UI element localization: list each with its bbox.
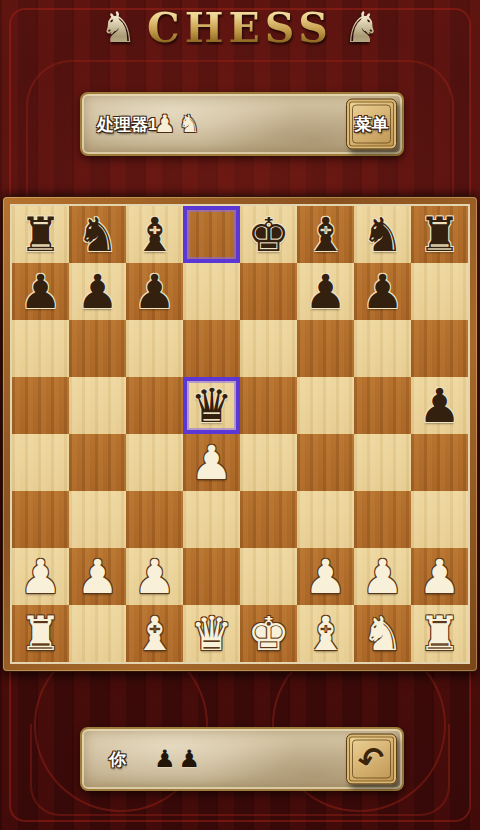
piece-black-bishop: ♝	[133, 206, 175, 263]
square-e5[interactable]	[240, 377, 297, 434]
opponent-captured-tray: ♟♞	[154, 94, 200, 154]
player-panel: 你 ♟♟ ↶	[80, 727, 404, 791]
piece-white-pawn: ♟	[418, 548, 460, 605]
square-e3[interactable]	[240, 491, 297, 548]
square-b4[interactable]	[69, 434, 126, 491]
piece-black-knight: ♞	[76, 206, 118, 263]
square-b7[interactable]: ♟	[69, 263, 126, 320]
piece-black-rook: ♜	[19, 206, 61, 263]
square-h3[interactable]	[411, 491, 468, 548]
square-a4[interactable]	[12, 434, 69, 491]
square-g2[interactable]: ♟	[354, 548, 411, 605]
square-h4[interactable]	[411, 434, 468, 491]
square-e2[interactable]	[240, 548, 297, 605]
square-e4[interactable]	[240, 434, 297, 491]
piece-white-queen: ♛	[190, 605, 232, 662]
square-g6[interactable]	[354, 320, 411, 377]
square-g8[interactable]: ♞	[354, 206, 411, 263]
square-c1[interactable]: ♝	[126, 605, 183, 662]
piece-black-knight: ♞	[361, 206, 403, 263]
app-screen: ♞ CHESS ♞ 处理器1 ♟♞ 菜单 ♜♞♝♚♝♞♜♟♟♟♟♟♛♟♟♟♟♟♟…	[0, 0, 480, 830]
square-a5[interactable]	[12, 377, 69, 434]
square-e7[interactable]	[240, 263, 297, 320]
piece-black-rook: ♜	[418, 206, 460, 263]
square-b5[interactable]	[69, 377, 126, 434]
square-g5[interactable]	[354, 377, 411, 434]
piece-white-pawn: ♟	[190, 434, 232, 491]
square-b2[interactable]: ♟	[69, 548, 126, 605]
menu-button-label: 菜单	[355, 113, 389, 136]
piece-white-rook: ♜	[418, 605, 460, 662]
piece-white-bishop: ♝	[304, 605, 346, 662]
square-c4[interactable]	[126, 434, 183, 491]
square-f7[interactable]: ♟	[297, 263, 354, 320]
square-b1[interactable]	[69, 605, 126, 662]
square-e6[interactable]	[240, 320, 297, 377]
piece-black-pawn: ♟	[418, 377, 460, 434]
piece-black-pawn: ♟	[19, 263, 61, 320]
piece-black-queen: ♛	[190, 377, 232, 434]
opponent-name: 处理器1	[97, 113, 157, 136]
square-h8[interactable]: ♜	[411, 206, 468, 263]
opponent-panel: 处理器1 ♟♞ 菜单	[80, 92, 404, 156]
square-c7[interactable]: ♟	[126, 263, 183, 320]
page-title: CHESS	[147, 0, 333, 56]
square-g4[interactable]	[354, 434, 411, 491]
square-c8[interactable]: ♝	[126, 206, 183, 263]
undo-icon: ↶	[355, 741, 388, 778]
square-b6[interactable]	[69, 320, 126, 377]
square-h2[interactable]: ♟	[411, 548, 468, 605]
menu-button[interactable]: 菜单	[346, 99, 397, 150]
square-a7[interactable]: ♟	[12, 263, 69, 320]
square-f2[interactable]: ♟	[297, 548, 354, 605]
piece-black-king: ♚	[247, 206, 289, 263]
piece-black-pawn: ♟	[76, 263, 118, 320]
piece-black-pawn: ♟	[304, 263, 346, 320]
square-e8[interactable]: ♚	[240, 206, 297, 263]
square-d1[interactable]: ♛	[183, 605, 240, 662]
square-d4[interactable]: ♟	[183, 434, 240, 491]
square-g3[interactable]	[354, 491, 411, 548]
square-f3[interactable]	[297, 491, 354, 548]
square-h7[interactable]	[411, 263, 468, 320]
piece-white-pawn: ♟	[361, 548, 403, 605]
square-f6[interactable]	[297, 320, 354, 377]
chess-board: ♜♞♝♚♝♞♜♟♟♟♟♟♛♟♟♟♟♟♟♟♟♜♝♛♚♝♞♜	[12, 206, 468, 662]
knight-icon-left: ♞	[99, 0, 137, 56]
square-a8[interactable]: ♜	[12, 206, 69, 263]
player-name: 你	[109, 748, 126, 771]
square-c3[interactable]	[126, 491, 183, 548]
captured-black-pawn-icon: ♟	[154, 747, 176, 771]
piece-black-bishop: ♝	[304, 206, 346, 263]
square-h5[interactable]: ♟	[411, 377, 468, 434]
square-b3[interactable]	[69, 491, 126, 548]
square-c2[interactable]: ♟	[126, 548, 183, 605]
square-e1[interactable]: ♚	[240, 605, 297, 662]
board-frame: ♜♞♝♚♝♞♜♟♟♟♟♟♛♟♟♟♟♟♟♟♟♜♝♛♚♝♞♜	[3, 197, 477, 671]
square-a2[interactable]: ♟	[12, 548, 69, 605]
square-f5[interactable]	[297, 377, 354, 434]
piece-white-pawn: ♟	[19, 548, 61, 605]
piece-white-king: ♚	[247, 605, 289, 662]
square-h6[interactable]	[411, 320, 468, 377]
piece-white-pawn: ♟	[76, 548, 118, 605]
square-f1[interactable]: ♝	[297, 605, 354, 662]
square-d3[interactable]	[183, 491, 240, 548]
piece-black-pawn: ♟	[133, 263, 175, 320]
piece-white-knight: ♞	[361, 605, 403, 662]
piece-white-pawn: ♟	[304, 548, 346, 605]
captured-black-pawn-icon: ♟	[179, 747, 201, 771]
square-c5[interactable]	[126, 377, 183, 434]
captured-white-knight-icon: ♞	[179, 112, 201, 136]
piece-white-bishop: ♝	[133, 605, 175, 662]
square-d8[interactable]	[183, 206, 240, 263]
knight-icon-right: ♞	[343, 0, 381, 56]
square-a3[interactable]	[12, 491, 69, 548]
square-a6[interactable]	[12, 320, 69, 377]
square-g7[interactable]: ♟	[354, 263, 411, 320]
piece-white-rook: ♜	[19, 605, 61, 662]
piece-white-pawn: ♟	[133, 548, 175, 605]
undo-button[interactable]: ↶	[346, 734, 397, 785]
square-d6[interactable]	[183, 320, 240, 377]
piece-black-pawn: ♟	[361, 263, 403, 320]
square-f8[interactable]: ♝	[297, 206, 354, 263]
player-captured-tray: ♟♟	[154, 729, 200, 789]
square-h1[interactable]: ♜	[411, 605, 468, 662]
title-bar: ♞ CHESS ♞	[0, 0, 480, 56]
square-d7[interactable]	[183, 263, 240, 320]
square-b8[interactable]: ♞	[69, 206, 126, 263]
square-d2[interactable]	[183, 548, 240, 605]
square-f4[interactable]	[297, 434, 354, 491]
square-g1[interactable]: ♞	[354, 605, 411, 662]
captured-white-pawn-icon: ♟	[154, 112, 176, 136]
square-a1[interactable]: ♜	[12, 605, 69, 662]
square-d5[interactable]: ♛	[183, 377, 240, 434]
square-c6[interactable]	[126, 320, 183, 377]
